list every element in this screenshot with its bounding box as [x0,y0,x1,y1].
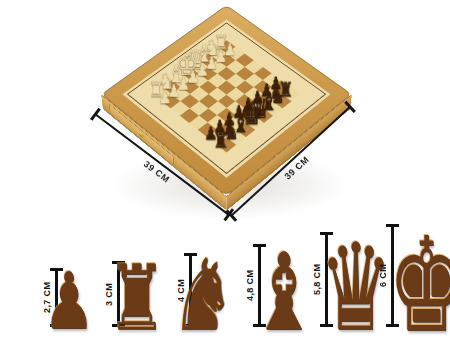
board-square: ♟ [227,47,245,60]
black-rook-piece: ♜ [213,130,225,151]
queen-piece-icon: ♛ [319,228,371,338]
pawn-piece-icon: ♟ [41,262,97,338]
knight-piece-icon: ♞ [180,246,236,338]
rook-piece-icon: ♜ [107,253,163,338]
product-photo: ♜♟♟♜♞♟♟♞♝♟♟♝♛♟♟♛♚♟♟♚♝♟♟♝♞♟♟♞♜♟♟♜ 39 CM 3… [0,0,450,338]
board-grid: ♜♟♟♜♞♟♟♞♝♟♟♝♛♟♟♛♚♟♟♚♝♟♟♝♞♟♟♞♜♟♟♜ [153,40,301,152]
board-square [227,73,245,87]
board-square [208,73,226,87]
white-pawn-piece: ♟ [158,89,169,106]
king-piece-icon: ♚ [388,220,438,338]
size-item-king: 6 CM♚ [379,225,450,326]
bishop-piece-icon: ♝ [250,240,305,338]
